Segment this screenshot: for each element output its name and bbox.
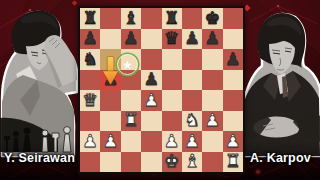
player-name-black: A. Karpov [241, 151, 320, 165]
black-king-g8: ♚ [202, 8, 222, 29]
square-e7[interactable]: ♛ [162, 29, 182, 50]
black-rook-e8: ♜ [162, 8, 182, 29]
square-e5[interactable] [162, 70, 182, 91]
square-f8[interactable] [182, 8, 202, 29]
square-e6[interactable] [162, 49, 182, 70]
square-b3[interactable] [100, 111, 120, 132]
black-pawn-h6: ♟ [223, 49, 243, 70]
white-pawn-b2: ♟ [100, 131, 120, 152]
square-f4[interactable] [182, 90, 202, 111]
square-b7[interactable] [100, 29, 120, 50]
black-pawn-d5: ♟ [141, 70, 161, 91]
black-pawn-f7: ♟ [182, 29, 202, 50]
white-rook-c3: ♜ [121, 111, 141, 132]
square-b4[interactable] [100, 90, 120, 111]
square-a8[interactable]: ♜ [80, 8, 100, 29]
square-b8[interactable] [100, 8, 120, 29]
white-pawn-f2: ♟ [182, 131, 202, 152]
square-h7[interactable] [223, 29, 243, 50]
square-c3[interactable]: ♜ [121, 111, 141, 132]
square-h5[interactable] [223, 70, 243, 91]
square-g6[interactable] [202, 49, 222, 70]
square-c2[interactable] [121, 131, 141, 152]
star-icon: ★ [122, 58, 133, 70]
square-a7[interactable]: ♟ [80, 29, 100, 50]
square-c8[interactable]: ♝ [121, 8, 141, 29]
square-f2[interactable]: ♟ [182, 131, 202, 152]
white-queen-a4: ♛ [80, 90, 100, 111]
square-e3[interactable] [162, 111, 182, 132]
black-rook-a8: ♜ [80, 8, 100, 29]
square-b1[interactable] [100, 152, 120, 173]
square-c4[interactable] [121, 90, 141, 111]
black-pawn-c7: ♟ [121, 29, 141, 50]
square-e4[interactable] [162, 90, 182, 111]
black-knight-a6: ♞ [80, 49, 100, 70]
square-a3[interactable] [80, 111, 100, 132]
square-g2[interactable] [202, 131, 222, 152]
square-a5[interactable] [80, 70, 100, 91]
black-pawn-g7: ♟ [202, 29, 222, 50]
square-g4[interactable] [202, 90, 222, 111]
square-g3[interactable]: ♟ [202, 111, 222, 132]
square-a1[interactable] [80, 152, 100, 173]
square-b2[interactable]: ♟ [100, 131, 120, 152]
square-d5[interactable]: ♟ [141, 70, 161, 91]
black-pawn-b5: ♟ [100, 70, 120, 91]
white-pawn-a2: ♟ [80, 131, 100, 152]
white-pawn-d4: ♟ [141, 90, 161, 111]
square-g1[interactable] [202, 152, 222, 173]
square-c7[interactable]: ♟ [121, 29, 141, 50]
square-h8[interactable] [223, 8, 243, 29]
square-h4[interactable] [223, 90, 243, 111]
square-e2[interactable]: ♟ [162, 131, 182, 152]
thumbnail-stage: ♜♝♜♚♟♟♛♟♟♞♟♟♟♛♟♜♞♟♟♟♟♟♟♚♝♜ ★ Y. Seirawan… [0, 0, 320, 180]
square-c1[interactable] [121, 152, 141, 173]
square-h1[interactable]: ♜ [223, 152, 243, 173]
black-queen-e7: ♛ [162, 29, 182, 50]
square-g5[interactable] [202, 70, 222, 91]
white-pawn-g3: ♟ [202, 111, 222, 132]
square-g8[interactable]: ♚ [202, 8, 222, 29]
square-h6[interactable]: ♟ [223, 49, 243, 70]
square-h3[interactable] [223, 111, 243, 132]
square-d6[interactable] [141, 49, 161, 70]
white-pawn-h2: ♟ [223, 131, 243, 152]
square-d3[interactable] [141, 111, 161, 132]
square-a4[interactable]: ♛ [80, 90, 100, 111]
square-e8[interactable]: ♜ [162, 8, 182, 29]
square-f6[interactable] [182, 49, 202, 70]
square-f7[interactable]: ♟ [182, 29, 202, 50]
white-knight-f3: ♞ [182, 111, 202, 132]
square-d8[interactable] [141, 8, 161, 29]
best-move-star-badge: ★ [117, 54, 138, 75]
square-e1[interactable]: ♚ [162, 152, 182, 173]
square-a2[interactable]: ♟ [80, 131, 100, 152]
square-f5[interactable] [182, 70, 202, 91]
square-d4[interactable]: ♟ [141, 90, 161, 111]
white-bishop-f1: ♝ [182, 152, 202, 173]
square-d7[interactable] [141, 29, 161, 50]
square-f3[interactable]: ♞ [182, 111, 202, 132]
square-b5[interactable]: ♟ [100, 70, 120, 91]
white-rook-h1: ♜ [223, 152, 243, 173]
square-a6[interactable]: ♞ [80, 49, 100, 70]
square-g7[interactable]: ♟ [202, 29, 222, 50]
square-d1[interactable] [141, 152, 161, 173]
chess-board: ♜♝♜♚♟♟♛♟♟♞♟♟♟♛♟♜♞♟♟♟♟♟♟♚♝♜ ★ [78, 6, 245, 174]
black-pawn-a7: ♟ [80, 29, 100, 50]
square-h2[interactable]: ♟ [223, 131, 243, 152]
board-grid: ♜♝♜♚♟♟♛♟♟♞♟♟♟♛♟♜♞♟♟♟♟♟♟♚♝♜ [80, 8, 243, 172]
square-d2[interactable] [141, 131, 161, 152]
player-name-white: Y. Seirawan [0, 151, 79, 165]
white-pawn-e2: ♟ [162, 131, 182, 152]
white-king-e1: ♚ [162, 152, 182, 173]
square-f1[interactable]: ♝ [182, 152, 202, 173]
black-bishop-c8: ♝ [121, 8, 141, 29]
